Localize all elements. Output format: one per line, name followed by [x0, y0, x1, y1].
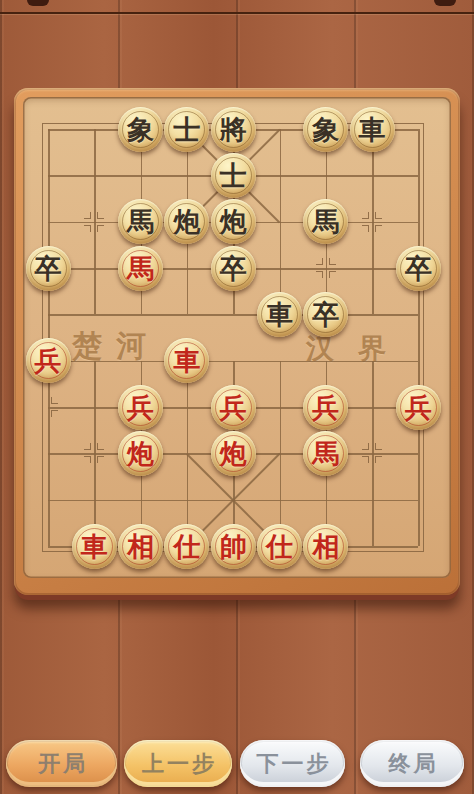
prev-move-button[interactable]: 上一步 [124, 740, 232, 787]
piece-label: 車 [359, 116, 386, 143]
black-advisor[interactable]: 士 [164, 107, 209, 152]
next-move-button[interactable]: 下一步 [240, 740, 345, 787]
black-elephant[interactable]: 象 [118, 107, 163, 152]
black-soldier[interactable]: 卒 [303, 292, 348, 337]
black-soldier[interactable]: 卒 [396, 246, 441, 291]
position-mark [84, 225, 91, 232]
red-horse[interactable]: 馬 [303, 431, 348, 476]
red-advisor[interactable]: 仕 [257, 524, 302, 569]
piece-label: 兵 [127, 394, 154, 421]
piece-label: 車 [81, 533, 108, 560]
position-mark [375, 225, 382, 232]
app-background: 楚河 汉界 象士將象車士馬炮炮馬卒馬卒卒車卒兵車兵兵兵兵炮炮馬車相仕帥仕相 开局… [0, 0, 474, 794]
position-mark [362, 456, 369, 463]
piece-label: 炮 [127, 440, 154, 467]
piece-label: 象 [127, 116, 154, 143]
position-mark [375, 443, 382, 450]
position-mark [97, 456, 104, 463]
piece-label: 炮 [173, 208, 200, 235]
piece-label: 馬 [127, 255, 154, 282]
black-general[interactable]: 將 [211, 107, 256, 152]
position-mark [84, 456, 91, 463]
piece-label: 士 [220, 162, 247, 189]
position-mark [97, 443, 104, 450]
red-soldier[interactable]: 兵 [396, 385, 441, 430]
position-mark [329, 271, 336, 278]
position-mark [362, 225, 369, 232]
piece-label: 相 [312, 533, 339, 560]
position-mark [362, 212, 369, 219]
position-mark [84, 212, 91, 219]
red-soldier[interactable]: 兵 [303, 385, 348, 430]
black-advisor[interactable]: 士 [211, 153, 256, 198]
position-mark [375, 456, 382, 463]
piece-label: 馬 [127, 208, 154, 235]
red-soldier[interactable]: 兵 [118, 385, 163, 430]
position-mark [97, 225, 104, 232]
piece-label: 車 [266, 301, 293, 328]
position-mark [316, 271, 323, 278]
red-soldier[interactable]: 兵 [26, 338, 71, 383]
piece-label: 仕 [266, 533, 293, 560]
black-soldier[interactable]: 卒 [211, 246, 256, 291]
piece-label: 卒 [220, 255, 247, 282]
position-mark [51, 410, 58, 417]
piece-label: 卒 [35, 255, 62, 282]
board-layer: 楚河 汉界 象士將象車士馬炮炮馬卒馬卒卒車卒兵車兵兵兵兵炮炮馬車相仕帥仕相 [0, 0, 474, 794]
piece-label: 兵 [312, 394, 339, 421]
piece-label: 兵 [220, 394, 247, 421]
position-mark [329, 258, 336, 265]
piece-label: 馬 [312, 440, 339, 467]
grid-file-line [418, 129, 420, 546]
piece-label: 士 [173, 116, 200, 143]
piece-label: 象 [312, 116, 339, 143]
piece-label: 仕 [173, 533, 200, 560]
grid-file-line [94, 129, 96, 314]
position-mark [316, 258, 323, 265]
piece-label: 兵 [35, 347, 62, 374]
red-elephant[interactable]: 相 [303, 524, 348, 569]
red-general[interactable]: 帥 [211, 524, 256, 569]
red-advisor[interactable]: 仕 [164, 524, 209, 569]
black-chariot[interactable]: 車 [257, 292, 302, 337]
piece-label: 車 [173, 347, 200, 374]
red-elephant[interactable]: 相 [118, 524, 163, 569]
piece-label: 將 [220, 116, 247, 143]
black-horse[interactable]: 馬 [118, 199, 163, 244]
position-mark [375, 212, 382, 219]
piece-label: 馬 [312, 208, 339, 235]
grid-file-line [372, 129, 374, 314]
position-mark [51, 397, 58, 404]
position-mark [97, 212, 104, 219]
red-horse[interactable]: 馬 [118, 246, 163, 291]
red-chariot[interactable]: 車 [72, 524, 117, 569]
position-mark [84, 443, 91, 450]
black-soldier[interactable]: 卒 [26, 246, 71, 291]
end-game-button[interactable]: 终局 [360, 740, 464, 787]
black-elephant[interactable]: 象 [303, 107, 348, 152]
piece-label: 炮 [220, 208, 247, 235]
piece-label: 帥 [220, 533, 247, 560]
piece-label: 卒 [405, 255, 432, 282]
grid-file-line [372, 361, 374, 546]
red-cannon[interactable]: 炮 [211, 431, 256, 476]
red-cannon[interactable]: 炮 [118, 431, 163, 476]
grid-file-line [94, 361, 96, 546]
grid-rank-line [48, 314, 418, 316]
new-game-button[interactable]: 开局 [6, 740, 117, 787]
black-chariot[interactable]: 車 [350, 107, 395, 152]
position-mark [362, 443, 369, 450]
piece-label: 炮 [220, 440, 247, 467]
piece-label: 卒 [312, 301, 339, 328]
piece-label: 兵 [405, 394, 432, 421]
piece-label: 相 [127, 533, 154, 560]
red-soldier[interactable]: 兵 [211, 385, 256, 430]
black-cannon[interactable]: 炮 [211, 199, 256, 244]
